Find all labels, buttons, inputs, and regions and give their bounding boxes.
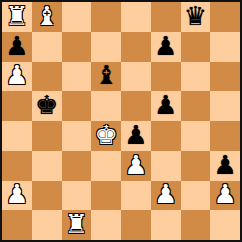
square-a3[interactable] — [2, 151, 32, 181]
black-bishop-d6[interactable]: ♝ — [94, 62, 117, 88]
square-g1[interactable] — [181, 210, 211, 240]
square-c6[interactable] — [62, 62, 92, 92]
square-d5[interactable] — [91, 91, 121, 121]
square-c4[interactable] — [62, 121, 92, 151]
white-pawn-e3[interactable]: ♟ — [124, 152, 147, 178]
square-g6[interactable] — [181, 62, 211, 92]
square-a8[interactable]: ♜ — [2, 2, 32, 32]
black-pawn-f7[interactable]: ♟ — [154, 33, 177, 59]
black-pawn-f5[interactable]: ♟ — [154, 92, 177, 118]
square-c7[interactable] — [62, 32, 92, 62]
square-f6[interactable] — [151, 62, 181, 92]
square-d4[interactable]: ♚ — [91, 121, 121, 151]
black-pawn-h3[interactable]: ♟ — [213, 152, 236, 178]
square-e1[interactable] — [121, 210, 151, 240]
black-pawn-e4[interactable]: ♟ — [124, 122, 147, 148]
square-g5[interactable] — [181, 91, 211, 121]
square-f4[interactable] — [151, 121, 181, 151]
square-e5[interactable] — [121, 91, 151, 121]
chess-board: ♜♝♛♟♟♟♝♚♟♚♟♟♟♟♟♟♜ — [0, 0, 242, 242]
square-e8[interactable] — [121, 2, 151, 32]
square-d2[interactable] — [91, 181, 121, 211]
square-d7[interactable] — [91, 32, 121, 62]
square-h2[interactable]: ♟ — [210, 181, 240, 211]
square-f7[interactable]: ♟ — [151, 32, 181, 62]
white-rook-a8[interactable]: ♜ — [5, 3, 28, 29]
square-c8[interactable] — [62, 2, 92, 32]
square-h1[interactable] — [210, 210, 240, 240]
square-b6[interactable] — [32, 62, 62, 92]
square-g7[interactable] — [181, 32, 211, 62]
white-bishop-b8[interactable]: ♝ — [35, 3, 58, 29]
square-a2[interactable]: ♟ — [2, 181, 32, 211]
square-d3[interactable] — [91, 151, 121, 181]
square-a7[interactable]: ♟ — [2, 32, 32, 62]
black-queen-g8[interactable]: ♛ — [184, 3, 207, 29]
square-c1[interactable]: ♜ — [62, 210, 92, 240]
square-f1[interactable] — [151, 210, 181, 240]
square-h6[interactable] — [210, 62, 240, 92]
square-h5[interactable] — [210, 91, 240, 121]
square-h3[interactable]: ♟ — [210, 151, 240, 181]
square-b4[interactable] — [32, 121, 62, 151]
square-e7[interactable] — [121, 32, 151, 62]
square-h8[interactable] — [210, 2, 240, 32]
white-pawn-h2[interactable]: ♟ — [213, 181, 236, 207]
black-pawn-a7[interactable]: ♟ — [5, 33, 28, 59]
square-c5[interactable] — [62, 91, 92, 121]
square-h7[interactable] — [210, 32, 240, 62]
square-g8[interactable]: ♛ — [181, 2, 211, 32]
white-pawn-a6[interactable]: ♟ — [5, 62, 28, 88]
white-rook-c1[interactable]: ♜ — [65, 211, 88, 237]
square-h4[interactable] — [210, 121, 240, 151]
square-b1[interactable] — [32, 210, 62, 240]
square-d1[interactable] — [91, 210, 121, 240]
square-e6[interactable] — [121, 62, 151, 92]
square-d6[interactable]: ♝ — [91, 62, 121, 92]
square-g3[interactable] — [181, 151, 211, 181]
square-a5[interactable] — [2, 91, 32, 121]
square-f3[interactable] — [151, 151, 181, 181]
square-e3[interactable]: ♟ — [121, 151, 151, 181]
white-pawn-a2[interactable]: ♟ — [5, 181, 28, 207]
square-b5[interactable]: ♚ — [32, 91, 62, 121]
white-pawn-f2[interactable]: ♟ — [154, 181, 177, 207]
square-e2[interactable] — [121, 181, 151, 211]
square-d8[interactable] — [91, 2, 121, 32]
black-king-b5[interactable]: ♚ — [35, 92, 58, 118]
square-c3[interactable] — [62, 151, 92, 181]
square-f2[interactable]: ♟ — [151, 181, 181, 211]
square-b8[interactable]: ♝ — [32, 2, 62, 32]
square-a4[interactable] — [2, 121, 32, 151]
square-a1[interactable] — [2, 210, 32, 240]
square-a6[interactable]: ♟ — [2, 62, 32, 92]
square-c2[interactable] — [62, 181, 92, 211]
square-g4[interactable] — [181, 121, 211, 151]
square-b7[interactable] — [32, 32, 62, 62]
square-f8[interactable] — [151, 2, 181, 32]
square-b3[interactable] — [32, 151, 62, 181]
square-e4[interactable]: ♟ — [121, 121, 151, 151]
white-king-d4[interactable]: ♚ — [94, 122, 117, 148]
square-f5[interactable]: ♟ — [151, 91, 181, 121]
square-b2[interactable] — [32, 181, 62, 211]
square-g2[interactable] — [181, 181, 211, 211]
